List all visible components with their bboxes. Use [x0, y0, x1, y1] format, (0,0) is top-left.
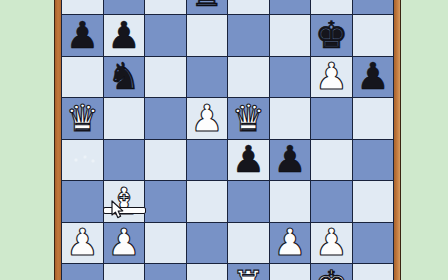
square-f5 [270, 98, 311, 139]
square-d4 [187, 140, 228, 181]
square-a7: ♟ [62, 15, 103, 56]
square-c2 [145, 223, 186, 264]
square-f1 [270, 264, 311, 280]
square-f6 [270, 57, 311, 98]
white-pawn: ♟ [311, 57, 352, 98]
square-c1 [145, 264, 186, 280]
square-e7 [228, 15, 269, 56]
board-frame-left [54, 0, 62, 280]
square-g6: ♟ [311, 57, 352, 98]
square-f8 [270, 0, 311, 14]
square-a3 [62, 181, 103, 222]
square-c3 [145, 181, 186, 222]
square-a2: ♟ [62, 223, 103, 264]
square-h8 [353, 0, 394, 14]
black-pawn: ♟ [353, 57, 394, 98]
black-rook: ♜ [187, 0, 228, 14]
square-h4 [353, 140, 394, 181]
white-rook: ♜ [228, 264, 269, 280]
square-b5 [104, 98, 145, 139]
square-b2: ♟ [104, 223, 145, 264]
black-knight: ♞ [104, 57, 145, 98]
square-f3 [270, 181, 311, 222]
square-g2: ♟ [311, 223, 352, 264]
square-g3 [311, 181, 352, 222]
square-a5: ♛ [62, 98, 103, 139]
square-b8 [104, 0, 145, 14]
white-pawn: ♟ [311, 223, 352, 264]
square-d1 [187, 264, 228, 280]
square-h6: ♟ [353, 57, 394, 98]
black-pawn: ♟ [62, 15, 103, 56]
square-c8 [145, 0, 186, 14]
black-pawn: ♟ [270, 140, 311, 181]
square-a6 [62, 57, 103, 98]
square-c5 [145, 98, 186, 139]
square-e8 [228, 0, 269, 14]
square-h7 [353, 15, 394, 56]
square-f2: ♟ [270, 223, 311, 264]
square-d7 [187, 15, 228, 56]
square-e1: ♜ [228, 264, 269, 280]
square-a1 [62, 264, 103, 280]
square-d5: ♟ [187, 98, 228, 139]
black-pawn: ♟ [104, 15, 145, 56]
white-pawn: ♟ [187, 98, 228, 139]
square-f4: ♟ [270, 140, 311, 181]
mouse-cursor-icon [111, 200, 125, 220]
chess-board: ♜♟♟♚♞♟♟♛♟♛♟♟♝♟♟♟♟♜♚ [62, 0, 393, 280]
square-h1 [353, 264, 394, 280]
square-a8 [62, 0, 103, 14]
black-pawn: ♟ [228, 140, 269, 181]
page-background: { "game": "chess", "position": { "fen": … [0, 0, 448, 280]
square-b6: ♞ [104, 57, 145, 98]
square-h3 [353, 181, 394, 222]
white-pawn: ♟ [270, 223, 311, 264]
white-pawn: ♟ [62, 223, 103, 264]
square-h2 [353, 223, 394, 264]
white-king: ♚ [311, 264, 352, 280]
square-c6 [145, 57, 186, 98]
square-d3 [187, 181, 228, 222]
white-queen: ♛ [228, 98, 269, 139]
square-d6 [187, 57, 228, 98]
square-g7: ♚ [311, 15, 352, 56]
smudge-artifact [70, 151, 100, 167]
square-e3 [228, 181, 269, 222]
square-d8: ♜ [187, 0, 228, 14]
square-e5: ♛ [228, 98, 269, 139]
square-e6 [228, 57, 269, 98]
square-e2 [228, 223, 269, 264]
square-g5 [311, 98, 352, 139]
square-c7 [145, 15, 186, 56]
board-frame-right [393, 0, 401, 280]
square-f7 [270, 15, 311, 56]
square-h5 [353, 98, 394, 139]
square-d2 [187, 223, 228, 264]
white-pawn: ♟ [104, 223, 145, 264]
square-b1 [104, 264, 145, 280]
square-b7: ♟ [104, 15, 145, 56]
white-queen: ♛ [62, 98, 103, 139]
square-g1: ♚ [311, 264, 352, 280]
square-b4 [104, 140, 145, 181]
square-g8 [311, 0, 352, 14]
black-king: ♚ [311, 15, 352, 56]
square-e4: ♟ [228, 140, 269, 181]
square-g4 [311, 140, 352, 181]
square-c4 [145, 140, 186, 181]
